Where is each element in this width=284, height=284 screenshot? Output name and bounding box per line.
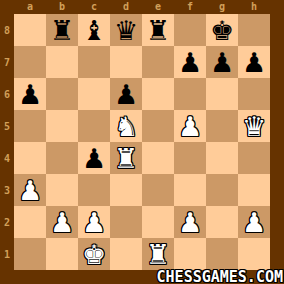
square-h1[interactable] [238,238,270,270]
chess-board-frame: abcdefgh 87654321 ♜♝♛♜♚♟♟♟♟♟♞♟♛♟♜♟♟♟♟♟♚♜… [0,0,284,284]
piece-black-rook[interactable]: ♜ [142,14,174,46]
square-c7[interactable] [78,46,110,78]
piece-white-pawn[interactable]: ♟ [174,110,206,142]
square-c8[interactable]: ♝ [78,14,110,46]
square-h8[interactable] [238,14,270,46]
piece-black-pawn[interactable]: ♟ [110,78,142,110]
square-h6[interactable] [238,78,270,110]
square-d8[interactable]: ♛ [110,14,142,46]
square-d1[interactable] [110,238,142,270]
rank-label-2: 2 [0,206,14,238]
chess-board: ♜♝♛♜♚♟♟♟♟♟♞♟♛♟♜♟♟♟♟♟♚♜ [14,14,270,270]
piece-white-pawn[interactable]: ♟ [78,206,110,238]
piece-white-queen[interactable]: ♛ [238,110,270,142]
square-f6[interactable] [174,78,206,110]
square-f8[interactable] [174,14,206,46]
square-c1[interactable]: ♚ [78,238,110,270]
square-c5[interactable] [78,110,110,142]
square-a6[interactable]: ♟ [14,78,46,110]
rank-label-5: 5 [0,110,14,142]
square-b2[interactable]: ♟ [46,206,78,238]
piece-black-pawn[interactable]: ♟ [14,78,46,110]
square-g3[interactable] [206,174,238,206]
square-b8[interactable]: ♜ [46,14,78,46]
piece-white-pawn[interactable]: ♟ [14,174,46,206]
square-d4[interactable]: ♜ [110,142,142,174]
square-f3[interactable] [174,174,206,206]
piece-white-rook[interactable]: ♜ [110,142,142,174]
rank-label-4: 4 [0,142,14,174]
square-h2[interactable]: ♟ [238,206,270,238]
square-a7[interactable] [14,46,46,78]
square-b5[interactable] [46,110,78,142]
file-label-e: e [142,0,174,14]
square-e2[interactable] [142,206,174,238]
square-f7[interactable]: ♟ [174,46,206,78]
file-labels: abcdefgh [14,0,270,14]
square-h7[interactable]: ♟ [238,46,270,78]
square-e7[interactable] [142,46,174,78]
piece-white-king[interactable]: ♚ [78,238,110,270]
rank-labels: 87654321 [0,14,14,270]
square-h3[interactable] [238,174,270,206]
file-label-d: d [110,0,142,14]
square-a2[interactable] [14,206,46,238]
piece-white-knight[interactable]: ♞ [110,110,142,142]
piece-black-rook[interactable]: ♜ [46,14,78,46]
square-b7[interactable] [46,46,78,78]
square-h5[interactable]: ♛ [238,110,270,142]
rank-label-7: 7 [0,46,14,78]
piece-black-pawn[interactable]: ♟ [174,46,206,78]
square-f1[interactable] [174,238,206,270]
square-e8[interactable]: ♜ [142,14,174,46]
square-e5[interactable] [142,110,174,142]
square-a3[interactable]: ♟ [14,174,46,206]
square-c4[interactable]: ♟ [78,142,110,174]
piece-black-bishop[interactable]: ♝ [78,14,110,46]
rank-label-3: 3 [0,174,14,206]
square-b4[interactable] [46,142,78,174]
piece-black-pawn[interactable]: ♟ [238,46,270,78]
square-a1[interactable] [14,238,46,270]
square-d5[interactable]: ♞ [110,110,142,142]
file-label-c: c [78,0,110,14]
square-f5[interactable]: ♟ [174,110,206,142]
square-e1[interactable]: ♜ [142,238,174,270]
square-b6[interactable] [46,78,78,110]
square-a4[interactable] [14,142,46,174]
square-d2[interactable] [110,206,142,238]
piece-white-pawn[interactable]: ♟ [46,206,78,238]
piece-white-pawn[interactable]: ♟ [238,206,270,238]
square-d3[interactable] [110,174,142,206]
square-b1[interactable] [46,238,78,270]
square-e6[interactable] [142,78,174,110]
square-c2[interactable]: ♟ [78,206,110,238]
file-label-f: f [174,0,206,14]
piece-black-pawn[interactable]: ♟ [78,142,110,174]
square-d7[interactable] [110,46,142,78]
square-g4[interactable] [206,142,238,174]
piece-white-pawn[interactable]: ♟ [174,206,206,238]
rank-label-1: 1 [0,238,14,270]
square-g5[interactable] [206,110,238,142]
file-label-b: b [46,0,78,14]
square-e3[interactable] [142,174,174,206]
piece-black-pawn[interactable]: ♟ [206,46,238,78]
square-c3[interactable] [78,174,110,206]
file-label-g: g [206,0,238,14]
square-d6[interactable]: ♟ [110,78,142,110]
file-label-a: a [14,0,46,14]
square-g8[interactable]: ♚ [206,14,238,46]
rank-label-6: 6 [0,78,14,110]
square-f2[interactable]: ♟ [174,206,206,238]
square-g7[interactable]: ♟ [206,46,238,78]
square-e4[interactable] [142,142,174,174]
rank-label-8: 8 [0,14,14,46]
square-g2[interactable] [206,206,238,238]
square-a5[interactable] [14,110,46,142]
square-a8[interactable] [14,14,46,46]
piece-black-king[interactable]: ♚ [206,14,238,46]
square-f4[interactable] [174,142,206,174]
file-label-h: h [238,0,270,14]
piece-black-queen[interactable]: ♛ [110,14,142,46]
piece-white-rook[interactable]: ♜ [142,238,174,270]
square-g6[interactable] [206,78,238,110]
site-watermark: CHESSGAMES.COM [157,270,283,284]
square-b3[interactable] [46,174,78,206]
square-c6[interactable] [78,78,110,110]
square-g1[interactable] [206,238,238,270]
square-h4[interactable] [238,142,270,174]
